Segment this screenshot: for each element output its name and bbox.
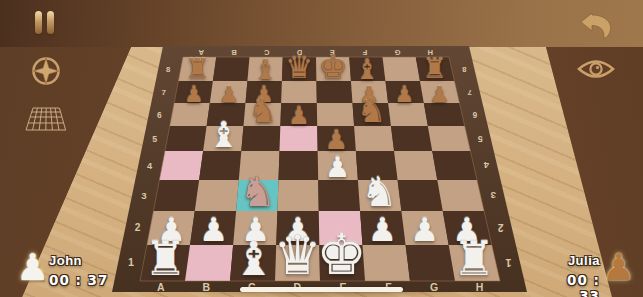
square-b3[interactable] [195,180,239,211]
coord-label-5: 5 [152,134,157,144]
piece-white-pawn-f2[interactable]: ♟ [368,214,397,247]
coord-label-8: 8 [166,65,171,74]
square-a5[interactable] [165,126,207,151]
square-g8[interactable] [383,57,420,81]
square-h5[interactable] [428,126,471,151]
piece-white-pawn-g2[interactable]: ♟ [410,214,439,247]
square-g4[interactable] [394,151,437,180]
piece-black-pawn-d6[interactable]: ♟ [288,104,310,128]
piece-black-knight-c6[interactable]: ♞ [248,95,277,128]
black-player-name: Julia [552,253,600,268]
coord-label-3: 3 [490,190,496,201]
piece-white-bishop-b5[interactable]: ♝ [208,117,240,153]
coord-label-4: 4 [483,160,489,170]
coord-label-1: 1 [506,257,512,269]
piece-white-knight-c3[interactable]: ♞ [239,172,276,213]
piece-black-pawn-h7[interactable]: ♟ [430,83,450,105]
pause-icon [35,11,42,34]
square-g3[interactable] [398,180,443,211]
piece-black-queen-d8[interactable]: ♛ [285,52,313,83]
square-d3[interactable] [277,180,318,211]
square-f1[interactable] [362,245,410,281]
piece-black-rook-h8[interactable]: ♜ [422,55,447,83]
square-h3[interactable] [437,180,484,211]
board-grid-icon [25,105,67,133]
square-g5[interactable] [391,126,432,151]
compass-icon [29,54,63,88]
coord-label-B: B [231,48,237,57]
square-b8[interactable] [213,57,250,81]
pause-button[interactable] [35,11,55,34]
square-b1[interactable] [185,245,233,281]
undo-button[interactable] [578,8,614,48]
coord-label-8: 8 [462,65,467,74]
coord-label-6: 6 [157,110,162,120]
white-player-pawn-icon: ♟ [16,249,49,286]
black-player-clock: 00 : 33 [552,272,600,297]
black-player-plaque: Julia 00 : 33 [552,253,600,297]
coord-label-2: 2 [497,222,503,233]
coord-label-2: 2 [135,222,141,233]
black-player-pawn-icon: ♟ [602,249,635,286]
compass-button[interactable] [29,54,63,92]
pause-icon [47,11,54,34]
piece-white-pawn-e4[interactable]: ♟ [325,154,350,182]
piece-white-rook-h1[interactable]: ♜ [452,235,495,283]
piece-black-pawn-a7[interactable]: ♟ [184,83,204,105]
coord-label-6: 6 [472,110,477,120]
square-a4[interactable] [159,151,203,180]
piece-black-bishop-c8[interactable]: ♝ [253,56,277,83]
piece-black-bishop-f8[interactable]: ♝ [355,56,379,83]
piece-white-pawn-b2[interactable]: ♟ [199,214,228,247]
coord-label-3: 3 [141,190,147,201]
piece-white-rook-a1[interactable]: ♜ [144,235,187,283]
piece-white-bishop-c1[interactable]: ♝ [233,236,275,283]
square-e3[interactable] [318,180,360,211]
eye-button[interactable] [577,57,615,85]
piece-white-knight-f3[interactable]: ♞ [361,172,398,213]
piece-white-queen-d1[interactable]: ♛ [274,229,322,283]
coord-label-1: 1 [128,256,134,268]
piece-black-rook-a8[interactable]: ♜ [185,55,210,83]
coord-label-7: 7 [161,88,166,97]
coord-label-G: G [430,281,438,293]
piece-white-king-e1[interactable]: ♚ [317,227,367,283]
piece-black-pawn-b7[interactable]: ♟ [219,83,239,105]
square-d4[interactable] [278,151,318,180]
piece-black-pawn-e5[interactable]: ♟ [324,127,348,153]
square-g1[interactable] [406,245,455,281]
white-player-clock: 00 : 37 [49,272,108,288]
white-player-name: John [49,253,108,268]
undo-arrow-icon [578,8,614,44]
white-player-plaque: John 00 : 37 [49,253,108,288]
eye-icon [577,57,615,81]
coord-label-G: G [395,48,401,57]
square-a3[interactable] [153,180,199,211]
piece-black-king-e8[interactable]: ♚ [319,51,348,83]
square-h4[interactable] [432,151,477,180]
chess-app-screen: 8877665544332211AABBCCDDEEFFGGHH ♜♝♛♚♝♜♟… [0,0,643,297]
board-view-button[interactable] [25,105,67,137]
coord-label-7: 7 [467,88,472,97]
coord-label-B: B [203,281,211,293]
coord-label-4: 4 [147,161,153,171]
piece-black-knight-f6[interactable]: ♞ [357,95,386,128]
square-e6[interactable] [317,103,354,126]
home-indicator[interactable] [240,287,403,292]
coord-label-5: 5 [478,134,483,144]
piece-black-pawn-g7[interactable]: ♟ [394,83,414,105]
